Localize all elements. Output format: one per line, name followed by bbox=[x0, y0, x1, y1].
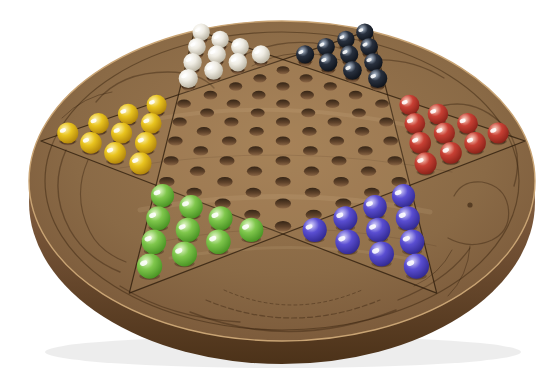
hole[interactable] bbox=[173, 118, 187, 127]
marble-blue[interactable] bbox=[369, 241, 394, 267]
marble-body bbox=[296, 45, 314, 63]
hole[interactable] bbox=[276, 100, 290, 109]
marble-body bbox=[392, 184, 415, 207]
marble-body bbox=[400, 230, 425, 255]
hole[interactable] bbox=[383, 136, 398, 145]
hole[interactable] bbox=[302, 127, 316, 136]
marble-body bbox=[135, 132, 157, 154]
hole[interactable] bbox=[249, 127, 263, 136]
marble-red[interactable] bbox=[409, 132, 431, 154]
marble-red[interactable] bbox=[464, 132, 486, 154]
marble-red[interactable] bbox=[404, 113, 425, 135]
hole[interactable] bbox=[200, 108, 214, 117]
marble-blue[interactable] bbox=[392, 184, 415, 208]
marble-body bbox=[319, 53, 337, 71]
marble-body bbox=[252, 45, 270, 63]
marble-body bbox=[172, 241, 197, 266]
marble-body bbox=[80, 132, 102, 154]
marble-body bbox=[229, 53, 247, 71]
marble-body bbox=[147, 95, 167, 115]
marble-body bbox=[368, 69, 387, 88]
marble-black[interactable] bbox=[368, 69, 387, 89]
marble-body bbox=[340, 45, 358, 63]
marble-body bbox=[464, 132, 486, 154]
marble-red[interactable] bbox=[434, 122, 455, 144]
hole[interactable] bbox=[332, 156, 347, 165]
hole[interactable] bbox=[164, 156, 179, 165]
hole[interactable] bbox=[304, 167, 319, 177]
marble-body bbox=[366, 218, 390, 242]
marble-body bbox=[137, 254, 162, 279]
marble-blue[interactable] bbox=[303, 218, 327, 243]
marble-red[interactable] bbox=[428, 104, 449, 125]
marble-body bbox=[317, 38, 335, 56]
dragon-eye-engraving bbox=[467, 202, 472, 207]
marble-yellow[interactable] bbox=[80, 132, 102, 154]
marble-white[interactable] bbox=[252, 45, 270, 64]
marble-green[interactable] bbox=[172, 241, 197, 267]
marble-body bbox=[488, 122, 509, 143]
marble-body bbox=[343, 61, 362, 80]
board-scene bbox=[0, 0, 560, 387]
hole[interactable] bbox=[300, 74, 313, 82]
marble-body bbox=[428, 104, 449, 125]
marble-black[interactable] bbox=[296, 45, 314, 64]
hole[interactable] bbox=[251, 108, 265, 117]
marble-body bbox=[209, 206, 233, 230]
hole[interactable] bbox=[222, 136, 237, 145]
hole[interactable] bbox=[324, 82, 337, 90]
marble-white[interactable] bbox=[229, 53, 247, 72]
hole[interactable] bbox=[358, 146, 373, 155]
marble-body bbox=[369, 241, 394, 266]
hole[interactable] bbox=[229, 82, 242, 90]
marble-yellow[interactable] bbox=[141, 113, 162, 135]
marble-body bbox=[415, 152, 437, 174]
hole[interactable] bbox=[275, 199, 291, 209]
marble-body bbox=[333, 206, 357, 230]
marble-yellow[interactable] bbox=[104, 142, 126, 165]
marble-body bbox=[457, 113, 478, 134]
marble-blue[interactable] bbox=[335, 230, 360, 256]
marble-red[interactable] bbox=[457, 113, 478, 135]
marble-body bbox=[57, 122, 78, 143]
marble-black[interactable] bbox=[319, 53, 337, 72]
marble-yellow[interactable] bbox=[129, 152, 151, 175]
marble-black[interactable] bbox=[343, 61, 362, 80]
marble-body bbox=[396, 206, 420, 230]
hole[interactable] bbox=[352, 108, 366, 117]
marble-body bbox=[211, 31, 228, 48]
marble-blue[interactable] bbox=[366, 218, 390, 243]
hole[interactable] bbox=[227, 100, 241, 109]
marble-yellow[interactable] bbox=[147, 95, 167, 116]
marble-body bbox=[434, 122, 455, 143]
marble-yellow[interactable] bbox=[111, 122, 132, 144]
marble-body bbox=[129, 152, 151, 174]
hole[interactable] bbox=[246, 188, 262, 198]
marble-body bbox=[142, 230, 167, 255]
hole[interactable] bbox=[276, 156, 291, 165]
hole[interactable] bbox=[248, 146, 263, 155]
marble-body bbox=[363, 195, 387, 219]
marble-blue[interactable] bbox=[400, 230, 425, 256]
marble-green[interactable] bbox=[176, 218, 200, 243]
marble-body bbox=[231, 38, 249, 56]
marble-red[interactable] bbox=[440, 142, 462, 165]
marble-body bbox=[360, 38, 378, 56]
marble-body bbox=[303, 218, 327, 242]
marble-body bbox=[337, 31, 354, 48]
marble-body bbox=[399, 95, 419, 115]
hole[interactable] bbox=[361, 167, 376, 177]
hole[interactable] bbox=[193, 146, 208, 155]
marble-body bbox=[179, 195, 203, 219]
marble-body bbox=[409, 132, 431, 154]
marble-body bbox=[176, 218, 200, 242]
hole[interactable] bbox=[326, 100, 340, 109]
marble-body bbox=[88, 113, 109, 134]
marble-green[interactable] bbox=[206, 230, 231, 256]
marble-body bbox=[104, 142, 126, 164]
hole[interactable] bbox=[204, 91, 218, 100]
marble-green[interactable] bbox=[239, 218, 263, 243]
marble-body bbox=[179, 69, 198, 88]
hole[interactable] bbox=[355, 127, 369, 136]
marble-green[interactable] bbox=[142, 230, 167, 256]
marble-body bbox=[440, 142, 462, 164]
hole[interactable] bbox=[276, 82, 289, 90]
marble-blue[interactable] bbox=[396, 206, 420, 231]
marble-body bbox=[151, 184, 174, 207]
hole[interactable] bbox=[276, 136, 291, 145]
marble-body bbox=[364, 53, 382, 71]
marble-body bbox=[183, 53, 201, 71]
marble-body bbox=[118, 104, 139, 125]
marble-yellow[interactable] bbox=[135, 132, 157, 154]
marble-yellow[interactable] bbox=[57, 122, 78, 144]
hole[interactable] bbox=[224, 118, 238, 127]
marble-white[interactable] bbox=[204, 61, 223, 80]
chinese-checkers-board bbox=[0, 0, 560, 387]
hole[interactable] bbox=[303, 146, 318, 155]
marble-blue[interactable] bbox=[333, 206, 357, 231]
marble-green[interactable] bbox=[209, 206, 233, 231]
marble-body bbox=[111, 122, 132, 143]
marble-body bbox=[206, 230, 231, 255]
marble-red[interactable] bbox=[488, 122, 509, 144]
marble-green[interactable] bbox=[146, 206, 170, 231]
marble-blue[interactable] bbox=[363, 195, 387, 220]
hole[interactable] bbox=[277, 66, 290, 74]
marble-body bbox=[404, 113, 425, 134]
hole[interactable] bbox=[333, 177, 348, 187]
hole[interactable] bbox=[330, 136, 345, 145]
marble-green[interactable] bbox=[179, 195, 203, 220]
hole[interactable] bbox=[247, 167, 262, 177]
marble-body bbox=[239, 218, 263, 242]
hole[interactable] bbox=[168, 136, 183, 145]
marble-body bbox=[335, 230, 360, 255]
hole[interactable] bbox=[190, 167, 205, 177]
hole[interactable] bbox=[301, 108, 315, 117]
marble-body bbox=[141, 113, 162, 134]
marble-yellow[interactable] bbox=[118, 104, 139, 125]
marble-green[interactable] bbox=[137, 254, 162, 280]
marble-white[interactable] bbox=[179, 69, 198, 89]
marble-black[interactable] bbox=[340, 45, 358, 64]
marble-body bbox=[404, 254, 429, 279]
hole[interactable] bbox=[220, 156, 235, 165]
hole[interactable] bbox=[253, 74, 266, 82]
hole[interactable] bbox=[275, 221, 291, 231]
hole[interactable] bbox=[276, 118, 290, 127]
hole[interactable] bbox=[375, 100, 389, 109]
hole[interactable] bbox=[300, 91, 314, 100]
marble-blue[interactable] bbox=[404, 254, 429, 280]
marble-green[interactable] bbox=[151, 184, 174, 208]
hole[interactable] bbox=[252, 91, 266, 100]
hole[interactable] bbox=[328, 118, 342, 127]
marble-white[interactable] bbox=[208, 45, 226, 64]
marble-body bbox=[146, 206, 170, 230]
hole[interactable] bbox=[387, 156, 402, 165]
hole[interactable] bbox=[217, 177, 232, 187]
hole[interactable] bbox=[177, 100, 191, 109]
marble-yellow[interactable] bbox=[88, 113, 109, 135]
hole[interactable] bbox=[197, 127, 211, 136]
hole[interactable] bbox=[305, 188, 321, 198]
hole[interactable] bbox=[349, 91, 363, 100]
marble-red[interactable] bbox=[415, 152, 437, 175]
hole[interactable] bbox=[379, 118, 393, 127]
marble-body bbox=[204, 61, 223, 80]
marble-body bbox=[188, 38, 206, 56]
marble-body bbox=[208, 45, 226, 63]
marble-red[interactable] bbox=[399, 95, 419, 116]
hole[interactable] bbox=[275, 177, 290, 187]
